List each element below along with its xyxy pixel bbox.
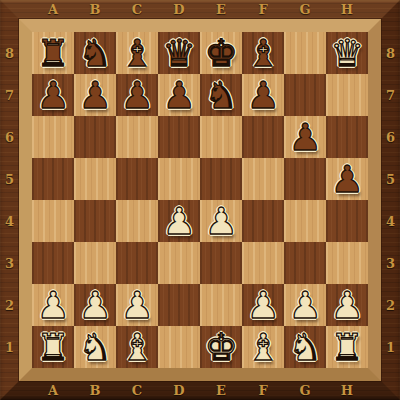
rank-label-left-3: 3 [0, 242, 19, 284]
square-h2[interactable]: ♟ [326, 284, 368, 326]
file-label-bottom-d: D [158, 381, 200, 400]
file-label-bottom-f: F [242, 381, 284, 400]
square-e3[interactable] [200, 242, 242, 284]
square-d2[interactable] [158, 284, 200, 326]
square-f2[interactable]: ♟ [242, 284, 284, 326]
square-b6[interactable] [74, 116, 116, 158]
square-a2[interactable]: ♟ [32, 284, 74, 326]
square-g4[interactable] [284, 200, 326, 242]
square-g8[interactable] [284, 32, 326, 74]
piece-black-queen[interactable]: ♛ [158, 32, 200, 74]
square-g1[interactable]: ♞ [284, 326, 326, 368]
square-d7[interactable]: ♟ [158, 74, 200, 116]
rank-label-left-6: 6 [0, 116, 19, 158]
square-a6[interactable] [32, 116, 74, 158]
file-label-top-h: H [326, 0, 368, 19]
square-c1[interactable]: ♝ [116, 326, 158, 368]
square-c5[interactable] [116, 158, 158, 200]
square-g3[interactable] [284, 242, 326, 284]
square-a5[interactable] [32, 158, 74, 200]
square-h3[interactable] [326, 242, 368, 284]
piece-white-knight[interactable]: ♞ [284, 326, 326, 368]
rank-label-right-7: 7 [381, 74, 400, 116]
square-e2[interactable] [200, 284, 242, 326]
square-f5[interactable] [242, 158, 284, 200]
piece-black-rook[interactable]: ♜ [32, 32, 74, 74]
file-label-top-d: D [158, 0, 200, 19]
square-g6[interactable]: ♟ [284, 116, 326, 158]
piece-white-rook[interactable]: ♜ [326, 326, 368, 368]
rank-label-right-8: 8 [381, 32, 400, 74]
rank-label-right-1: 1 [381, 326, 400, 368]
file-label-bottom-g: G [284, 381, 326, 400]
square-b7[interactable]: ♟ [74, 74, 116, 116]
square-b8[interactable]: ♞ [74, 32, 116, 74]
square-e1[interactable]: ♚ [200, 326, 242, 368]
square-d5[interactable] [158, 158, 200, 200]
file-label-bottom-h: H [326, 381, 368, 400]
piece-white-pawn[interactable]: ♟ [326, 284, 368, 326]
file-label-top-a: A [32, 0, 74, 19]
square-g5[interactable] [284, 158, 326, 200]
square-b1[interactable]: ♞ [74, 326, 116, 368]
square-d8[interactable]: ♛ [158, 32, 200, 74]
square-f8[interactable]: ♝ [242, 32, 284, 74]
square-h5[interactable]: ♟ [326, 158, 368, 200]
square-e6[interactable] [200, 116, 242, 158]
square-a4[interactable] [32, 200, 74, 242]
square-h7[interactable] [326, 74, 368, 116]
file-label-top-c: C [116, 0, 158, 19]
file-label-bottom-a: A [32, 381, 74, 400]
piece-white-pawn[interactable]: ♟ [284, 284, 326, 326]
file-label-top-e: E [200, 0, 242, 19]
piece-black-bishop[interactable]: ♝ [116, 32, 158, 74]
square-a8[interactable]: ♜ [32, 32, 74, 74]
square-h4[interactable] [326, 200, 368, 242]
piece-black-pawn[interactable]: ♟ [242, 74, 284, 116]
square-g7[interactable] [284, 74, 326, 116]
piece-black-bishop[interactable]: ♝ [242, 32, 284, 74]
piece-black-pawn[interactable]: ♟ [32, 74, 74, 116]
piece-black-pawn[interactable]: ♟ [326, 158, 368, 200]
square-d3[interactable] [158, 242, 200, 284]
square-a3[interactable] [32, 242, 74, 284]
square-c2[interactable]: ♟ [116, 284, 158, 326]
piece-white-knight[interactable]: ♞ [74, 326, 116, 368]
file-label-bottom-e: E [200, 381, 242, 400]
square-f7[interactable]: ♟ [242, 74, 284, 116]
file-label-top-g: G [284, 0, 326, 19]
piece-black-pawn[interactable]: ♟ [284, 116, 326, 158]
rank-label-right-6: 6 [381, 116, 400, 158]
square-h1[interactable]: ♜ [326, 326, 368, 368]
square-b2[interactable]: ♟ [74, 284, 116, 326]
square-e4[interactable]: ♟ [200, 200, 242, 242]
square-a1[interactable]: ♜ [32, 326, 74, 368]
square-g2[interactable]: ♟ [284, 284, 326, 326]
square-d1[interactable] [158, 326, 200, 368]
piece-white-pawn[interactable]: ♟ [200, 200, 242, 242]
piece-black-knight[interactable]: ♞ [74, 32, 116, 74]
square-h8[interactable]: ♛ [326, 32, 368, 74]
square-e7[interactable]: ♞ [200, 74, 242, 116]
square-c7[interactable]: ♟ [116, 74, 158, 116]
piece-black-pawn[interactable]: ♟ [116, 74, 158, 116]
square-f3[interactable] [242, 242, 284, 284]
file-label-bottom-b: B [74, 381, 116, 400]
square-d6[interactable] [158, 116, 200, 158]
square-c3[interactable] [116, 242, 158, 284]
piece-white-pawn[interactable]: ♟ [116, 284, 158, 326]
square-c8[interactable]: ♝ [116, 32, 158, 74]
file-label-top-f: F [242, 0, 284, 19]
piece-black-knight[interactable]: ♞ [200, 74, 242, 116]
piece-white-rook[interactable]: ♜ [32, 326, 74, 368]
piece-white-bishop[interactable]: ♝ [116, 326, 158, 368]
rank-label-right-2: 2 [381, 284, 400, 326]
square-c4[interactable] [116, 200, 158, 242]
piece-black-pawn[interactable]: ♟ [74, 74, 116, 116]
square-a7[interactable]: ♟ [32, 74, 74, 116]
piece-white-bishop[interactable]: ♝ [242, 326, 284, 368]
square-b3[interactable] [74, 242, 116, 284]
piece-white-queen[interactable]: ♛ [326, 32, 368, 74]
piece-white-pawn[interactable]: ♟ [74, 284, 116, 326]
square-f1[interactable]: ♝ [242, 326, 284, 368]
rank-label-left-2: 2 [0, 284, 19, 326]
chess-app: ♜♞♝♛♚♝♛♟♟♟♟♞♟♟♟♟♟♟♟♟♟♟♟♜♞♝♚♝♞♜ ABCDEFGHA… [0, 0, 400, 400]
piece-white-king[interactable]: ♚ [200, 326, 242, 368]
file-label-bottom-c: C [116, 381, 158, 400]
square-h6[interactable] [326, 116, 368, 158]
piece-black-pawn[interactable]: ♟ [158, 74, 200, 116]
square-f4[interactable] [242, 200, 284, 242]
rank-label-left-4: 4 [0, 200, 19, 242]
square-e5[interactable] [200, 158, 242, 200]
square-c6[interactable] [116, 116, 158, 158]
square-b5[interactable] [74, 158, 116, 200]
file-label-top-b: B [74, 0, 116, 19]
rank-label-right-5: 5 [381, 158, 400, 200]
rank-label-left-7: 7 [0, 74, 19, 116]
square-b4[interactable] [74, 200, 116, 242]
rank-label-right-4: 4 [381, 200, 400, 242]
square-e8[interactable]: ♚ [200, 32, 242, 74]
square-f6[interactable] [242, 116, 284, 158]
piece-black-king[interactable]: ♚ [200, 32, 242, 74]
piece-white-pawn[interactable]: ♟ [158, 200, 200, 242]
square-d4[interactable]: ♟ [158, 200, 200, 242]
rank-label-left-1: 1 [0, 326, 19, 368]
piece-white-pawn[interactable]: ♟ [242, 284, 284, 326]
rank-label-left-5: 5 [0, 158, 19, 200]
rank-label-left-8: 8 [0, 32, 19, 74]
chess-board: ♜♞♝♛♚♝♛♟♟♟♟♞♟♟♟♟♟♟♟♟♟♟♟♜♞♝♚♝♞♜ [32, 32, 368, 368]
rank-label-right-3: 3 [381, 242, 400, 284]
piece-white-pawn[interactable]: ♟ [32, 284, 74, 326]
